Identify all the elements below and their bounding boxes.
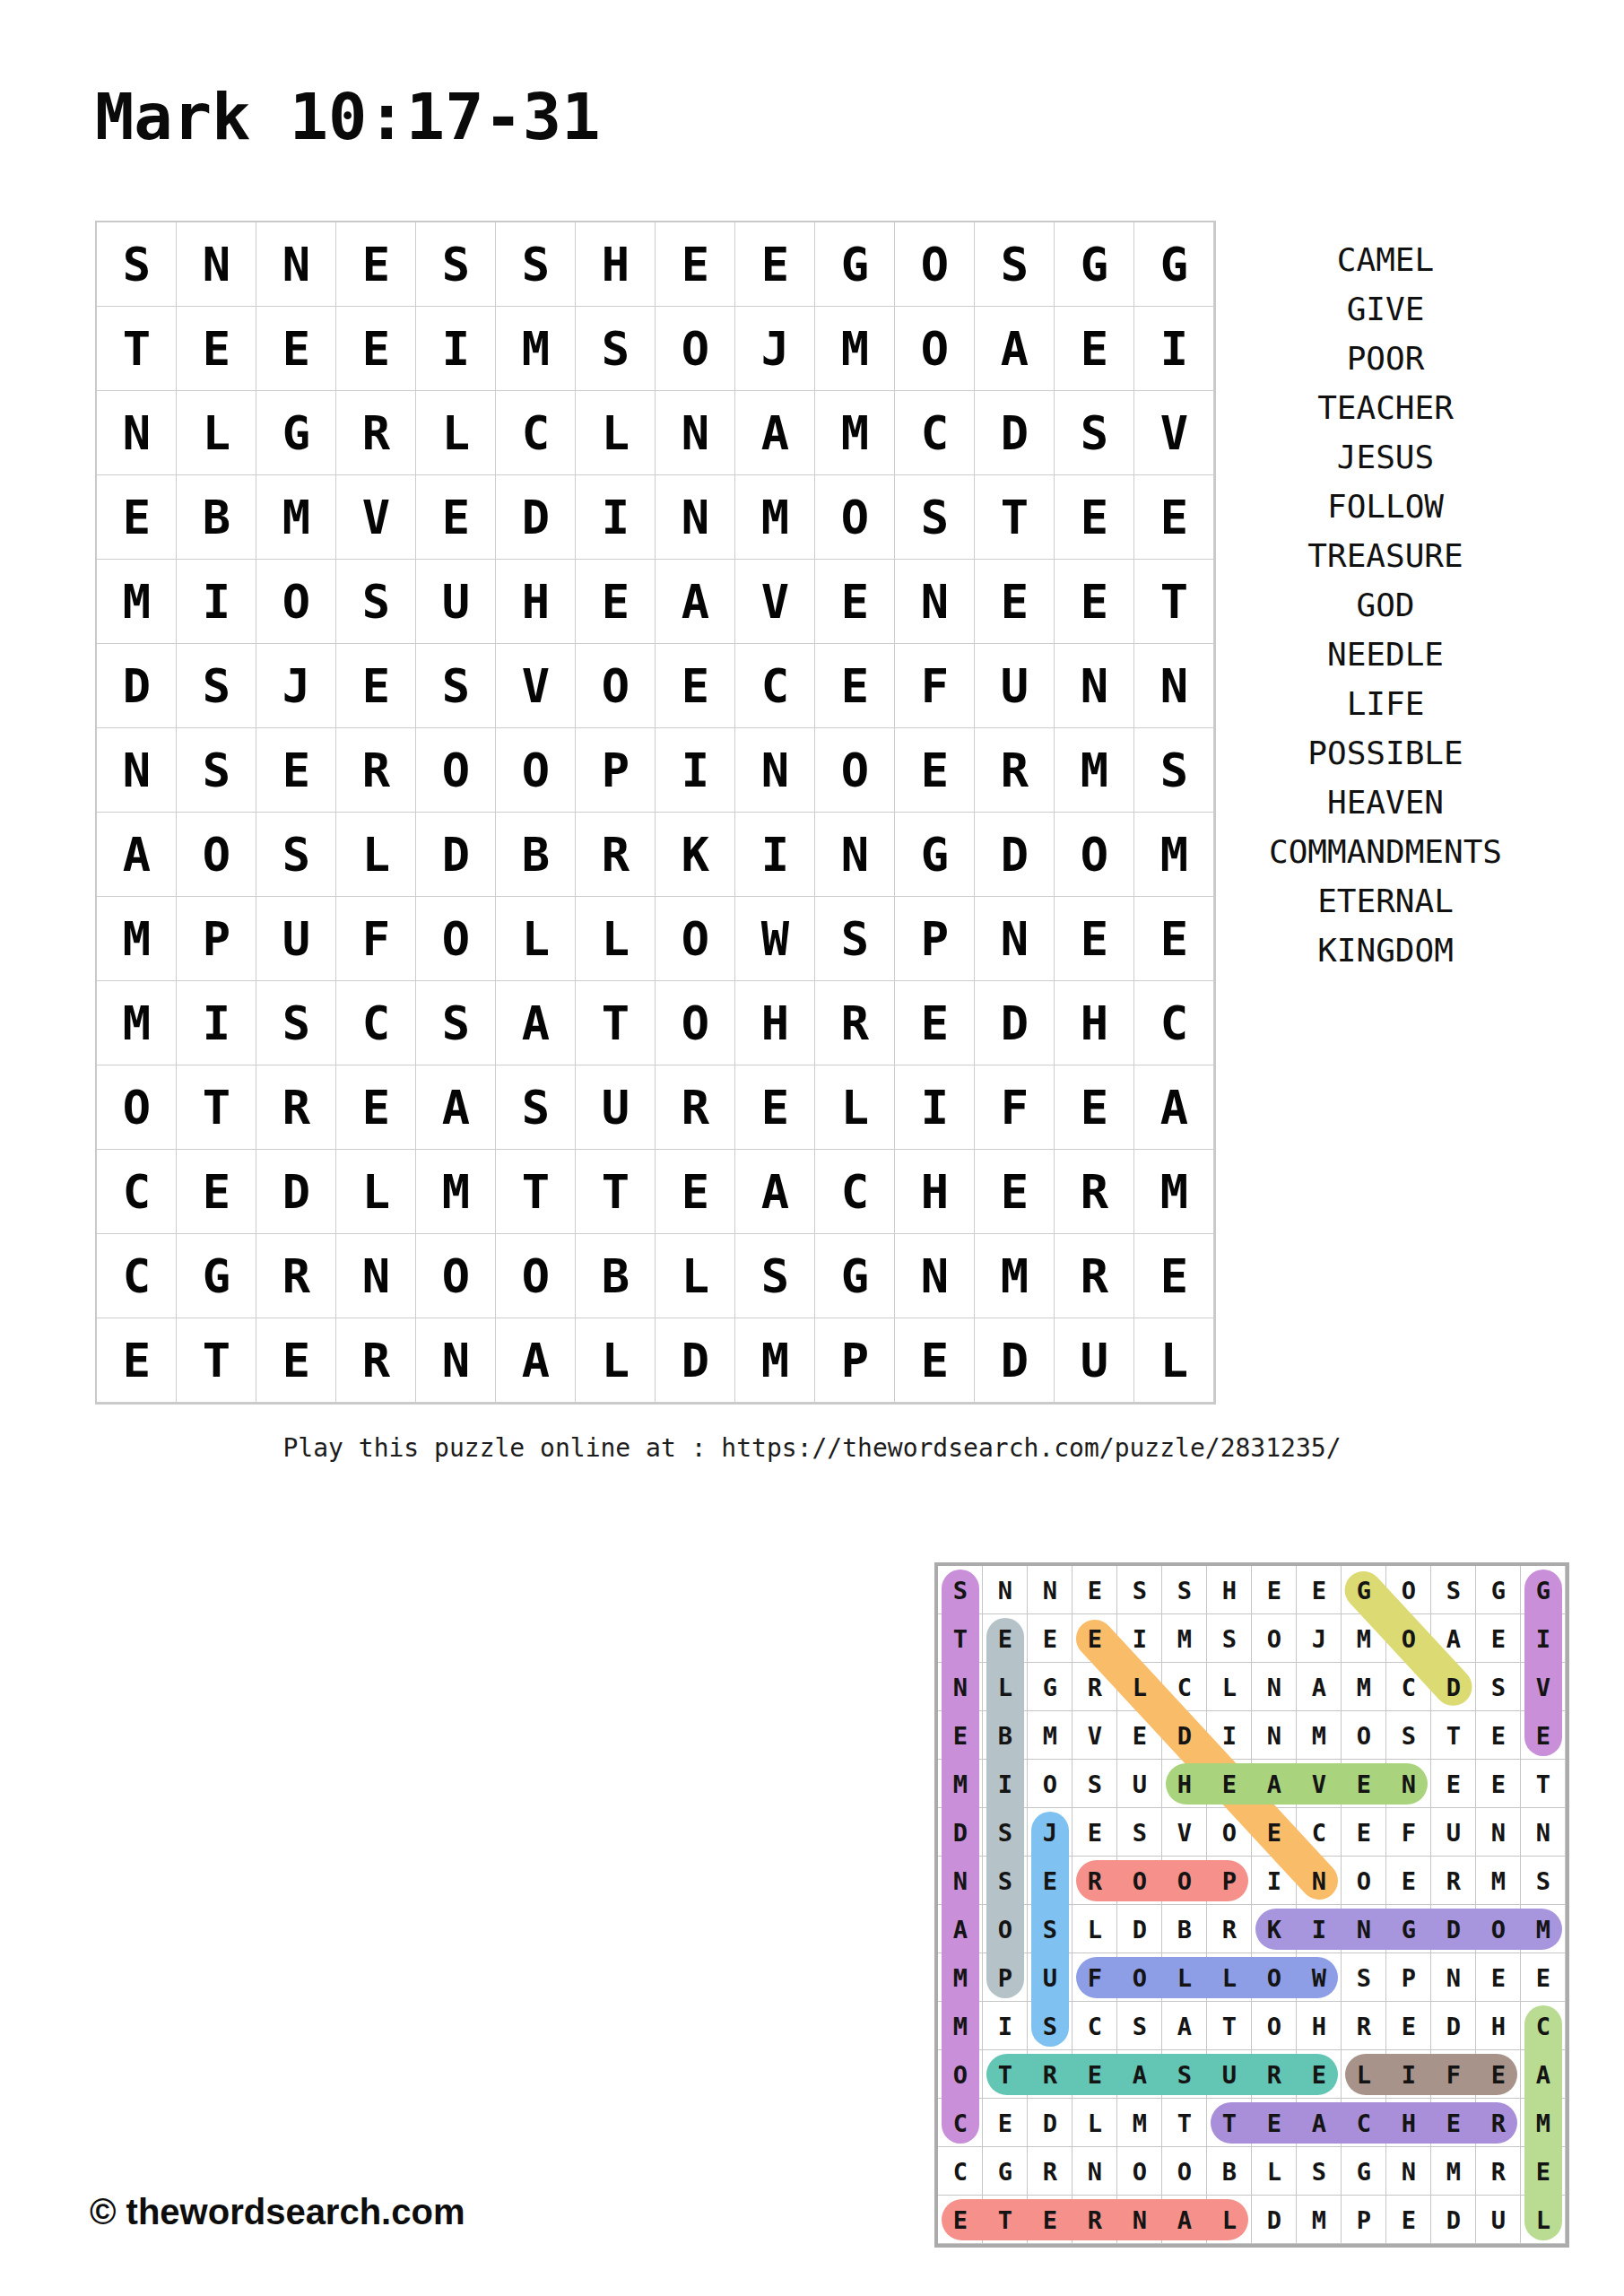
grid-cell: S bbox=[576, 307, 656, 391]
solution-grid-cell: V bbox=[1297, 1760, 1342, 1808]
solution-grid-cell: M bbox=[938, 2002, 983, 2050]
grid-cell: R bbox=[336, 728, 416, 813]
grid-cell: E bbox=[895, 981, 975, 1065]
solution-grid-cell: L bbox=[1073, 1905, 1117, 1953]
solution-grid-cell: R bbox=[1476, 2147, 1521, 2196]
solution-grid-cell: S bbox=[1117, 1566, 1162, 1614]
solution-grid-cell: D bbox=[1162, 1711, 1207, 1760]
grid-cell: M bbox=[1134, 1150, 1214, 1234]
grid-cell: D bbox=[416, 813, 496, 897]
grid-cell: R bbox=[336, 391, 416, 475]
solution-grid-cell: G bbox=[1521, 1566, 1566, 1614]
solution-grid-cell: T bbox=[1207, 2099, 1252, 2147]
grid-cell: L bbox=[576, 897, 656, 981]
solution-grid-cell: N bbox=[1028, 1566, 1073, 1614]
grid-cell: R bbox=[336, 1318, 416, 1403]
grid-cell: O bbox=[416, 728, 496, 813]
grid-cell: E bbox=[336, 644, 416, 728]
grid-cell: O bbox=[416, 897, 496, 981]
solution-grid-cell: L bbox=[1521, 2196, 1566, 2244]
grid-cell: D bbox=[975, 391, 1055, 475]
solution-grid-cell: G bbox=[1386, 1905, 1431, 1953]
grid-cell: G bbox=[895, 813, 975, 897]
grid-cell: B bbox=[496, 813, 576, 897]
solution-grid-cell: T bbox=[983, 2050, 1028, 2099]
grid-cell: L bbox=[576, 1318, 656, 1403]
grid-cell: O bbox=[895, 307, 975, 391]
solution-grid-cell: O bbox=[1028, 1760, 1073, 1808]
solution-grid-cell: N bbox=[1342, 1905, 1386, 1953]
solution-grid-cell: E bbox=[1476, 1614, 1521, 1663]
grid-cell: N bbox=[895, 1234, 975, 1318]
word-list-item: TEACHER bbox=[1064, 383, 1624, 432]
grid-cell: S bbox=[177, 728, 256, 813]
grid-cell: J bbox=[256, 644, 336, 728]
grid-cell: E bbox=[256, 307, 336, 391]
solution-grid-cell: G bbox=[1476, 1566, 1521, 1614]
grid-cell: E bbox=[815, 644, 895, 728]
grid-cell: E bbox=[256, 1318, 336, 1403]
solution-grid-cell: S bbox=[1342, 1953, 1386, 2002]
solution-grid-cell: E bbox=[1476, 2050, 1521, 2099]
word-list-item: CAMEL bbox=[1064, 235, 1624, 284]
grid-cell: E bbox=[815, 560, 895, 644]
solution-grid-cell: T bbox=[1431, 1711, 1476, 1760]
grid-cell: A bbox=[416, 1065, 496, 1150]
solution-grid-cell: H bbox=[1162, 1760, 1207, 1808]
grid-cell: I bbox=[576, 475, 656, 560]
solution-grid-cell: E bbox=[1476, 1760, 1521, 1808]
solution-grid-cell: E bbox=[1476, 1711, 1521, 1760]
solution-grid-cell: D bbox=[1431, 1663, 1476, 1711]
solution-grid-cell: C bbox=[1386, 1663, 1431, 1711]
solution-grid-cell: N bbox=[1117, 2196, 1162, 2244]
solution-grid-cell: E bbox=[1252, 2099, 1297, 2147]
solution-grid-cell: R bbox=[1431, 1857, 1476, 1905]
grid-cell: L bbox=[496, 897, 576, 981]
word-list-item: FOLLOW bbox=[1064, 482, 1624, 531]
grid-cell: D bbox=[975, 1318, 1055, 1403]
solution-grid-cell: M bbox=[1521, 1905, 1566, 1953]
grid-cell: E bbox=[735, 222, 815, 307]
grid-cell: E bbox=[336, 307, 416, 391]
solution-grid-cell: O bbox=[1162, 1857, 1207, 1905]
grid-cell: E bbox=[895, 728, 975, 813]
solution-grid-cell: R bbox=[1073, 1663, 1117, 1711]
solution-grid-cell: V bbox=[1073, 1711, 1117, 1760]
solution-grid-cell: S bbox=[1386, 1711, 1431, 1760]
solution-grid-cell: E bbox=[1342, 1760, 1386, 1808]
solution-grid-cell: C bbox=[938, 2147, 983, 2196]
puzzle-link-url[interactable]: https://thewordsearch.com/puzzle/2831235… bbox=[721, 1433, 1341, 1463]
solution-grid-cell: U bbox=[1117, 1760, 1162, 1808]
grid-cell: S bbox=[256, 981, 336, 1065]
grid-cell: M bbox=[975, 1234, 1055, 1318]
grid-cell: N bbox=[256, 222, 336, 307]
solution-grid-cell: N bbox=[983, 1566, 1028, 1614]
grid-cell: M bbox=[735, 475, 815, 560]
solution-grid-cell: E bbox=[1028, 1614, 1073, 1663]
solution-grid-cell: N bbox=[938, 1857, 983, 1905]
grid-cell: C bbox=[336, 981, 416, 1065]
solution-grid-cell: A bbox=[938, 1905, 983, 1953]
solution-grid-cell: T bbox=[938, 1614, 983, 1663]
solution-grid-cell: M bbox=[1521, 2099, 1566, 2147]
grid-cell: S bbox=[256, 813, 336, 897]
grid-cell: C bbox=[97, 1150, 177, 1234]
grid-cell: T bbox=[97, 307, 177, 391]
grid-cell: E bbox=[576, 560, 656, 644]
solution-grid-cell: P bbox=[1386, 1953, 1431, 2002]
solution-grid-cell: O bbox=[1252, 2002, 1297, 2050]
word-list-item: POSSIBLE bbox=[1064, 728, 1624, 778]
grid-cell: R bbox=[815, 981, 895, 1065]
solution-grid-cell: E bbox=[983, 1614, 1028, 1663]
grid-cell: F bbox=[895, 644, 975, 728]
grid-cell: N bbox=[336, 1234, 416, 1318]
solution-grid-cell: S bbox=[1521, 1857, 1566, 1905]
solution-grid-cell: S bbox=[983, 1857, 1028, 1905]
grid-cell: U bbox=[975, 644, 1055, 728]
solution-grid-cell: A bbox=[1431, 1614, 1476, 1663]
solution-grid-cell: D bbox=[1252, 2196, 1297, 2244]
solution-grid-cell: L bbox=[1073, 2099, 1117, 2147]
solution-grid-cell: L bbox=[1252, 2147, 1297, 2196]
grid-cell: E bbox=[1055, 1065, 1134, 1150]
solution-grid-cell: N bbox=[1431, 1953, 1476, 2002]
solution-grid-cell: T bbox=[1162, 2099, 1207, 2147]
solution-grid-cell: U bbox=[1028, 1953, 1073, 2002]
solution-grid-cell: O bbox=[1342, 1711, 1386, 1760]
solution-grid-cell: N bbox=[1252, 1711, 1297, 1760]
solution-grid-cell: E bbox=[1073, 1808, 1117, 1857]
solution-grid-cell: L bbox=[1162, 1953, 1207, 2002]
solution-grid-cell: S bbox=[1162, 2050, 1207, 2099]
solution-grid-cell: T bbox=[983, 2196, 1028, 2244]
word-list-item: COMMANDMENTS bbox=[1064, 827, 1624, 876]
grid-cell: S bbox=[735, 1234, 815, 1318]
grid-cell: M bbox=[815, 307, 895, 391]
grid-cell: G bbox=[256, 391, 336, 475]
solution-grid-cell: R bbox=[1207, 1905, 1252, 1953]
word-list-item: GOD bbox=[1064, 580, 1624, 630]
solution-grid-cell: E bbox=[1028, 2196, 1073, 2244]
word-list-item: HEAVEN bbox=[1064, 778, 1624, 827]
solution-grid-cell: E bbox=[1521, 1953, 1566, 2002]
solution-grid-cell: E bbox=[1386, 2196, 1431, 2244]
solution-grid-cell: E bbox=[1073, 1566, 1117, 1614]
grid-cell: N bbox=[97, 391, 177, 475]
grid-cell: S bbox=[496, 1065, 576, 1150]
grid-cell: A bbox=[656, 560, 735, 644]
solution-grid-cell: O bbox=[1252, 1953, 1297, 2002]
solution-grid-cell: N bbox=[1252, 1663, 1297, 1711]
solution-grid-cell: P bbox=[983, 1953, 1028, 2002]
solution-grid-cell: C bbox=[1521, 2002, 1566, 2050]
solution-grid-cell: L bbox=[1207, 1953, 1252, 2002]
solution-grid-cell: L bbox=[1207, 2196, 1252, 2244]
solution-grid-cell: S bbox=[983, 1808, 1028, 1857]
grid-cell: D bbox=[975, 813, 1055, 897]
grid-cell: T bbox=[177, 1065, 256, 1150]
grid-cell: R bbox=[656, 1065, 735, 1150]
grid-cell: I bbox=[177, 981, 256, 1065]
solution-grid-cell: S bbox=[1073, 1760, 1117, 1808]
grid-cell: G bbox=[815, 1234, 895, 1318]
grid-cell: C bbox=[97, 1234, 177, 1318]
grid-cell: R bbox=[256, 1065, 336, 1150]
main-grid: SNNESSHEEGOSGGTEEEIMSOJMOAEINLGRLCLNAMCD… bbox=[95, 221, 1216, 1405]
solution-grid-cell: S bbox=[1028, 2002, 1073, 2050]
grid-cell: I bbox=[895, 1065, 975, 1150]
solution-grid-cell: E bbox=[1073, 2050, 1117, 2099]
solution-grid-cell: E bbox=[1476, 1953, 1521, 2002]
grid-cell: E bbox=[656, 644, 735, 728]
grid-cell: P bbox=[576, 728, 656, 813]
grid-cell: C bbox=[815, 1150, 895, 1234]
grid-cell: E bbox=[975, 560, 1055, 644]
grid-cell: O bbox=[177, 813, 256, 897]
solution-grid-cell: N bbox=[1386, 1760, 1431, 1808]
grid-cell: A bbox=[735, 391, 815, 475]
solution-grid-cell: N bbox=[1386, 2147, 1431, 2196]
solution-grid-cell: T bbox=[1521, 1760, 1566, 1808]
solution-grid-cell: A bbox=[1521, 2050, 1566, 2099]
grid-cell: E bbox=[336, 1065, 416, 1150]
grid-cell: E bbox=[177, 1150, 256, 1234]
solution-grid-cell: M bbox=[1476, 1857, 1521, 1905]
solution-grid-cell: R bbox=[1476, 2099, 1521, 2147]
solution-grid-cell: S bbox=[1028, 1905, 1073, 1953]
solution-grid-cell: R bbox=[1252, 2050, 1297, 2099]
solution-grid-cell: P bbox=[1207, 1857, 1252, 1905]
solution-grid-cell: L bbox=[1117, 1663, 1162, 1711]
grid-cell: F bbox=[975, 1065, 1055, 1150]
solution-grid-cell: O bbox=[1252, 1614, 1297, 1663]
grid-cell: N bbox=[975, 897, 1055, 981]
grid-cell: S bbox=[336, 560, 416, 644]
grid-cell: S bbox=[97, 222, 177, 307]
solution-grid-cell: L bbox=[1342, 2050, 1386, 2099]
grid-cell: B bbox=[576, 1234, 656, 1318]
grid-cell: E bbox=[336, 222, 416, 307]
grid-cell: C bbox=[735, 644, 815, 728]
solution-grid-cell: E bbox=[1431, 1760, 1476, 1808]
solution-grid-cell: H bbox=[1207, 1566, 1252, 1614]
solution-grid-cell: I bbox=[1252, 1857, 1297, 1905]
solution-grid-cell: I bbox=[1117, 1614, 1162, 1663]
solution-grid-cell: V bbox=[1521, 1663, 1566, 1711]
solution-grid-cell: F bbox=[1431, 2050, 1476, 2099]
grid-cell: W bbox=[735, 897, 815, 981]
grid-cell: N bbox=[895, 560, 975, 644]
solution-grid-cell: C bbox=[1297, 1808, 1342, 1857]
solution-grid-cell: H bbox=[1476, 2002, 1521, 2050]
grid-cell: A bbox=[97, 813, 177, 897]
solution-grid-cell: I bbox=[1297, 1905, 1342, 1953]
solution-grid-cell: D bbox=[1431, 2002, 1476, 2050]
grid-cell: P bbox=[895, 897, 975, 981]
solution-grid-cell: D bbox=[1117, 1905, 1162, 1953]
grid-cell: P bbox=[177, 897, 256, 981]
grid-cell: A bbox=[975, 307, 1055, 391]
solution-grid-cell: I bbox=[1207, 1711, 1252, 1760]
solution-grid-cell: A bbox=[1162, 2196, 1207, 2244]
solution-grid-cell: S bbox=[938, 1566, 983, 1614]
solution-grid-cell: E bbox=[1252, 1808, 1297, 1857]
grid-cell: E bbox=[656, 1150, 735, 1234]
solution-grid-cell: B bbox=[1162, 1905, 1207, 1953]
solution-grid-cell: O bbox=[1476, 1905, 1521, 1953]
solution-grid-cell: R bbox=[1028, 2147, 1073, 2196]
grid-cell: C bbox=[1134, 981, 1214, 1065]
grid-cell: E bbox=[975, 1150, 1055, 1234]
grid-cell: N bbox=[735, 728, 815, 813]
solution-grid-cell: S bbox=[1162, 1566, 1207, 1614]
grid-cell: A bbox=[496, 981, 576, 1065]
solution-grid-cell: A bbox=[1297, 2099, 1342, 2147]
solution-grid-cell: L bbox=[1207, 1663, 1252, 1711]
solution-grid-cell: E bbox=[1073, 1614, 1117, 1663]
solution-grid-cell: E bbox=[1521, 1711, 1566, 1760]
grid-cell: E bbox=[1134, 1234, 1214, 1318]
grid-cell: L bbox=[656, 1234, 735, 1318]
grid-cell: M bbox=[97, 981, 177, 1065]
grid-cell: L bbox=[177, 391, 256, 475]
solution-grid-cell: M bbox=[1342, 1614, 1386, 1663]
solution-grid-cell: M bbox=[1431, 2147, 1476, 2196]
grid-cell: E bbox=[735, 1065, 815, 1150]
grid-cell: D bbox=[256, 1150, 336, 1234]
solution-grid-cell: S bbox=[1117, 2002, 1162, 2050]
solution-grid-cell: U bbox=[1476, 2196, 1521, 2244]
solution-grid-cell: I bbox=[983, 2002, 1028, 2050]
grid-cell: T bbox=[177, 1318, 256, 1403]
solution-grid-cell: G bbox=[1342, 2147, 1386, 2196]
grid-cell: L bbox=[336, 1150, 416, 1234]
solution-grid-cell: E bbox=[1117, 1711, 1162, 1760]
word-list-item: GIVE bbox=[1064, 284, 1624, 334]
solution-grid-cell: K bbox=[1252, 1905, 1297, 1953]
solution-grid-cell: N bbox=[1073, 2147, 1117, 2196]
solution-grid-cell: E bbox=[1297, 2050, 1342, 2099]
grid-cell: O bbox=[256, 560, 336, 644]
grid-cell: N bbox=[656, 391, 735, 475]
main-grid-letters: SNNESSHEEGOSGGTEEEIMSOJMOAEINLGRLCLNAMCD… bbox=[97, 222, 1214, 1403]
solution-grid-cell: E bbox=[1386, 1857, 1431, 1905]
grid-cell: I bbox=[177, 560, 256, 644]
solution-grid-cell: S bbox=[1297, 2147, 1342, 2196]
solution-grid-cell: S bbox=[1207, 1614, 1252, 1663]
solution-grid-cell: A bbox=[1252, 1760, 1297, 1808]
grid-cell: O bbox=[656, 981, 735, 1065]
grid-cell: V bbox=[735, 560, 815, 644]
grid-cell: D bbox=[656, 1318, 735, 1403]
grid-cell: I bbox=[656, 728, 735, 813]
solution-grid-cell: C bbox=[938, 2099, 983, 2147]
solution-grid-cell: N bbox=[1297, 1857, 1342, 1905]
solution-grid-cell: D bbox=[1431, 2196, 1476, 2244]
solution-grid-cell: J bbox=[1297, 1614, 1342, 1663]
solution-grid-cell: A bbox=[1117, 2050, 1162, 2099]
solution-grid-cell: C bbox=[1342, 2099, 1386, 2147]
solution-grid-cell: A bbox=[1297, 1663, 1342, 1711]
grid-cell: L bbox=[416, 391, 496, 475]
solution-grid-cell: N bbox=[1476, 1808, 1521, 1857]
solution-grid-cell: M bbox=[1028, 1711, 1073, 1760]
solution-grid: SNNESSHEEGOSGGTEEEIMSOJMOAEINLGRLCLNAMCD… bbox=[934, 1562, 1569, 2248]
solution-grid-cell: U bbox=[1431, 1808, 1476, 1857]
solution-grid-cell: E bbox=[938, 2196, 983, 2244]
grid-cell: C bbox=[496, 391, 576, 475]
word-list-item: NEEDLE bbox=[1064, 630, 1624, 679]
solution-grid-cell: O bbox=[1386, 1614, 1431, 1663]
solution-grid-cell: B bbox=[1207, 2147, 1252, 2196]
grid-cell: L bbox=[815, 1065, 895, 1150]
solution-grid-cell: D bbox=[1028, 2099, 1073, 2147]
grid-cell: D bbox=[496, 475, 576, 560]
grid-cell: O bbox=[895, 222, 975, 307]
grid-cell: M bbox=[97, 560, 177, 644]
grid-cell: R bbox=[975, 728, 1055, 813]
solution-grid-cell: U bbox=[1207, 2050, 1252, 2099]
solution-grid-cell: G bbox=[983, 2147, 1028, 2196]
grid-cell: S bbox=[416, 644, 496, 728]
solution-grid-cell: O bbox=[1117, 2147, 1162, 2196]
grid-cell: E bbox=[97, 475, 177, 560]
solution-grid-cell: M bbox=[1162, 1614, 1207, 1663]
word-list-item: TREASURE bbox=[1064, 531, 1624, 580]
grid-cell: K bbox=[656, 813, 735, 897]
grid-cell: O bbox=[416, 1234, 496, 1318]
grid-cell: A bbox=[735, 1150, 815, 1234]
solution-grid-cell: E bbox=[938, 1711, 983, 1760]
solution-grid-cell: E bbox=[1521, 2147, 1566, 2196]
grid-cell: E bbox=[656, 222, 735, 307]
grid-cell: E bbox=[177, 307, 256, 391]
grid-cell: U bbox=[576, 1065, 656, 1150]
grid-cell: O bbox=[496, 1234, 576, 1318]
grid-cell: S bbox=[895, 475, 975, 560]
grid-cell: H bbox=[496, 560, 576, 644]
grid-cell: M bbox=[256, 475, 336, 560]
grid-cell: N bbox=[97, 728, 177, 813]
grid-cell: M bbox=[416, 1150, 496, 1234]
grid-cell: U bbox=[1055, 1318, 1134, 1403]
grid-cell: N bbox=[656, 475, 735, 560]
solution-grid-cell: E bbox=[1028, 1857, 1073, 1905]
solution-grid-cell: F bbox=[1073, 1953, 1117, 2002]
grid-cell: O bbox=[815, 475, 895, 560]
solution-grid-cell: O bbox=[1386, 1566, 1431, 1614]
word-list: CAMELGIVEPOORTEACHERJESUSFOLLOWTREASUREG… bbox=[1064, 235, 1624, 975]
solution-grid-cell: E bbox=[1431, 2099, 1476, 2147]
solution-grid-cell: E bbox=[1342, 1808, 1386, 1857]
grid-cell: T bbox=[576, 981, 656, 1065]
solution-grid-cell: R bbox=[1073, 2196, 1117, 2244]
grid-cell: O bbox=[496, 728, 576, 813]
solution-grid-cell: M bbox=[1117, 2099, 1162, 2147]
grid-cell: N bbox=[815, 813, 895, 897]
solution-grid-cell: M bbox=[938, 1760, 983, 1808]
solution-grid-cell: O bbox=[983, 1905, 1028, 1953]
grid-cell: L bbox=[336, 813, 416, 897]
grid-cell: N bbox=[416, 1318, 496, 1403]
grid-cell: R bbox=[576, 813, 656, 897]
word-list-item: JESUS bbox=[1064, 432, 1624, 482]
solution-grid-cell: N bbox=[1521, 1808, 1566, 1857]
word-list-item: KINGDOM bbox=[1064, 926, 1624, 975]
